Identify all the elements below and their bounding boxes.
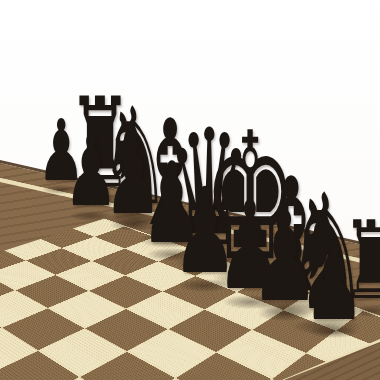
piece-black-pawn-h7: ♟ (303, 226, 364, 336)
chess-product-photo: ♜♞♝♛♚♝♞♜♟♟♟♟♟♟♟♟ (0, 0, 380, 380)
pieces-layer: ♜♞♝♛♚♝♞♜♟♟♟♟♟♟♟♟ (0, 0, 380, 380)
